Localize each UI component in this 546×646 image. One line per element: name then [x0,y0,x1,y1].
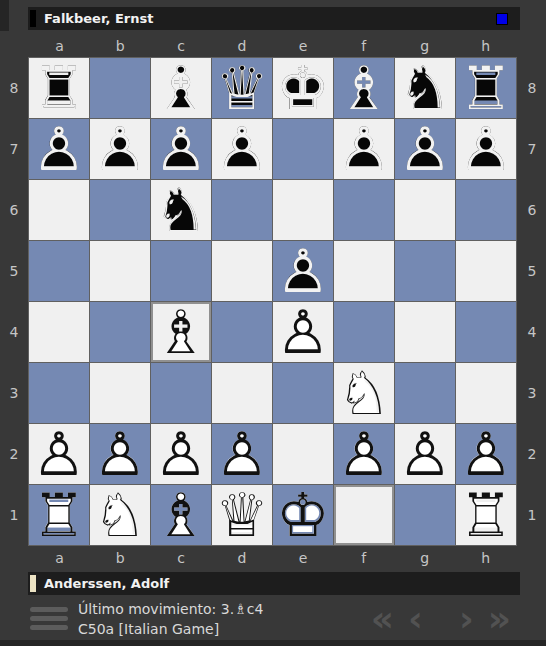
square-b6[interactable] [90,180,150,240]
rank-label-7: 7 [0,118,28,179]
white-queen: ♛♕ [212,485,272,545]
square-g1[interactable] [395,485,455,545]
square-e8[interactable]: ♚♔ [273,58,333,118]
rank-label-6: 6 [0,179,28,240]
rank-label-1: 1 [518,485,546,546]
rank-label-6: 6 [518,179,546,240]
chess-app-window: Falkbeer, Ernst abcdefgh 87654321 876543… [0,0,546,646]
black-rook: ♜♖ [456,58,516,118]
square-b1[interactable]: ♞♘ [90,485,150,545]
bottom-player-bar: Anderssen, Adolf [28,572,520,595]
rank-label-7: 7 [518,118,546,179]
square-c3[interactable] [151,363,211,423]
black-side-indicator [30,10,36,27]
square-e4[interactable]: ♟♙ [273,302,333,362]
white-bishop: ♝♗ [151,302,211,362]
status-text: Último movimiento: 3.♗c4 C50a [Italian G… [78,599,263,639]
square-e7[interactable] [273,119,333,179]
square-a6[interactable] [29,180,89,240]
black-knight: ♞♘ [395,58,455,118]
square-h6[interactable] [456,180,516,240]
square-d2[interactable]: ♟♙ [212,424,272,484]
square-f6[interactable] [334,180,394,240]
last-move-text: Último movimiento: 3.♗c4 [78,599,263,619]
white-king: ♚♔ [273,485,333,545]
square-b7[interactable]: ♟♙ [90,119,150,179]
white-pawn: ♟♙ [395,424,455,484]
black-pawn: ♟♙ [395,119,455,179]
file-label-c: c [151,548,212,568]
file-label-g: g [394,548,455,568]
square-f4[interactable] [334,302,394,362]
black-pawn: ♟♙ [212,119,272,179]
top-player-name: Falkbeer, Ernst [44,11,496,26]
menu-bar [30,625,68,630]
white-rook: ♜♖ [29,485,89,545]
black-pawn: ♟♙ [29,119,89,179]
square-g3[interactable] [395,363,455,423]
white-pawn: ♟♙ [212,424,272,484]
white-rook: ♜♖ [456,485,516,545]
file-labels-bottom: abcdefgh [29,548,516,568]
black-pawn: ♟♙ [273,241,333,301]
square-f5[interactable] [334,241,394,301]
first-move-button[interactable]: « [364,599,401,639]
black-pawn: ♟♙ [90,119,150,179]
black-bishop: ♝♗ [334,58,394,118]
previous-move-button[interactable]: ‹ [401,599,430,639]
square-g6[interactable] [395,180,455,240]
black-knight: ♞♘ [151,180,211,240]
square-a5[interactable] [29,241,89,301]
white-pawn: ♟♙ [151,424,211,484]
square-e1[interactable]: ♚♔ [273,485,333,545]
square-b8[interactable] [90,58,150,118]
chess-board: ♜♖♝♗♛♕♚♔♝♗♞♘♜♖♟♙♟♙♟♙♟♙♟♙♟♙♟♙♞♘♟♙♝♗♟♙♞♘♟♙… [28,57,517,546]
square-f2[interactable]: ♟♙ [334,424,394,484]
square-a3[interactable] [29,363,89,423]
square-a2[interactable]: ♟♙ [29,424,89,484]
window-bottom-edge [0,640,546,646]
file-label-b: b [90,548,151,568]
square-c2[interactable]: ♟♙ [151,424,211,484]
square-g7[interactable]: ♟♙ [395,119,455,179]
black-bishop: ♝♗ [151,58,211,118]
square-d8[interactable]: ♛♕ [212,58,272,118]
status-panel: Último movimiento: 3.♗c4 C50a [Italian G… [0,597,546,640]
file-label-f: f [333,548,394,568]
rank-label-4: 4 [0,302,28,363]
rank-label-8: 8 [0,57,28,118]
white-pawn: ♟♙ [29,424,89,484]
last-move-button[interactable]: » [481,599,518,639]
square-e5[interactable]: ♟♙ [273,241,333,301]
square-f1[interactable] [334,485,394,545]
file-label-e: e [273,548,334,568]
rank-label-3: 3 [518,363,546,424]
square-c6[interactable]: ♞♘ [151,180,211,240]
square-d7[interactable]: ♟♙ [212,119,272,179]
white-side-indicator [30,575,36,592]
square-g8[interactable]: ♞♘ [395,58,455,118]
menu-bar [30,607,68,612]
move-navigation: « ‹ › » [364,599,518,639]
square-a7[interactable]: ♟♙ [29,119,89,179]
black-pawn: ♟♙ [151,119,211,179]
file-label-b: b [90,36,151,56]
rank-labels-left: 87654321 [0,57,28,546]
square-d4[interactable] [212,302,272,362]
square-e2[interactable] [273,424,333,484]
square-e3[interactable] [273,363,333,423]
square-d3[interactable] [212,363,272,423]
square-d1[interactable]: ♛♕ [212,485,272,545]
rank-label-4: 4 [518,302,546,363]
square-g5[interactable] [395,241,455,301]
menu-icon[interactable] [30,607,68,630]
square-b5[interactable] [90,241,150,301]
square-h5[interactable] [456,241,516,301]
square-f8[interactable]: ♝♗ [334,58,394,118]
square-b2[interactable]: ♟♙ [90,424,150,484]
square-f7[interactable]: ♟♙ [334,119,394,179]
rank-label-3: 3 [0,363,28,424]
top-player-bar: Falkbeer, Ernst [28,7,520,30]
square-e6[interactable] [273,180,333,240]
black-rook: ♜♖ [29,58,89,118]
square-c1[interactable]: ♝♗ [151,485,211,545]
white-knight: ♞♘ [334,363,394,423]
white-bishop: ♝♗ [151,485,211,545]
square-h7[interactable]: ♟♙ [456,119,516,179]
rank-label-8: 8 [518,57,546,118]
square-g2[interactable]: ♟♙ [395,424,455,484]
white-pawn: ♟♙ [334,424,394,484]
black-pawn: ♟♙ [334,119,394,179]
square-a1[interactable]: ♜♖ [29,485,89,545]
rank-label-5: 5 [518,240,546,301]
square-c7[interactable]: ♟♙ [151,119,211,179]
square-a8[interactable]: ♜♖ [29,58,89,118]
square-c5[interactable] [151,241,211,301]
black-queen: ♛♕ [212,58,272,118]
white-pawn: ♟♙ [90,424,150,484]
square-d5[interactable] [212,241,272,301]
rank-labels-right: 87654321 [518,57,546,546]
square-c8[interactable]: ♝♗ [151,58,211,118]
eco-opening-text: C50a [Italian Game] [78,619,263,639]
square-a4[interactable] [29,302,89,362]
file-label-d: d [212,548,273,568]
menu-bar [30,616,68,621]
square-g4[interactable] [395,302,455,362]
file-label-h: h [455,548,516,568]
white-pawn: ♟♙ [273,302,333,362]
square-b3[interactable] [90,363,150,423]
square-f3[interactable]: ♞♘ [334,363,394,423]
bottom-player-name: Anderssen, Adolf [44,576,514,591]
blue-status-square [496,13,508,25]
square-b4[interactable] [90,302,150,362]
square-c4[interactable]: ♝♗ [151,302,211,362]
rank-label-1: 1 [0,485,28,546]
rank-label-2: 2 [518,424,546,485]
square-d6[interactable] [212,180,272,240]
file-label-a: a [29,548,90,568]
white-knight: ♞♘ [90,485,150,545]
square-h8[interactable]: ♜♖ [456,58,516,118]
square-h1[interactable]: ♜♖ [456,485,516,545]
rank-label-2: 2 [0,424,28,485]
square-h3[interactable] [456,363,516,423]
black-king: ♚♔ [273,58,333,118]
square-h2[interactable]: ♟♙ [456,424,516,484]
rank-label-5: 5 [0,240,28,301]
window-edge-decoration [0,0,9,31]
square-h4[interactable] [456,302,516,362]
black-pawn: ♟♙ [456,119,516,179]
white-pawn: ♟♙ [456,424,516,484]
next-move-button[interactable]: › [452,599,481,639]
